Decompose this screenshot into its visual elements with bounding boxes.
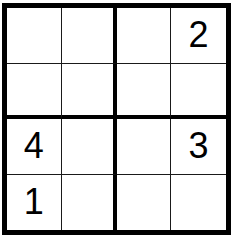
cell-r4c4[interactable]	[171, 175, 226, 231]
sudoku-board-wrapper: 2 4 3 1	[0, 0, 233, 235]
cell-r3c1[interactable]: 4	[7, 119, 62, 175]
cell-r2c1[interactable]	[7, 64, 62, 120]
cell-r2c4[interactable]	[171, 64, 226, 120]
cell-r3c3[interactable]	[117, 119, 172, 175]
cell-r2c2[interactable]	[62, 64, 117, 120]
cell-r1c4[interactable]: 2	[171, 8, 226, 64]
cell-r3c4[interactable]: 3	[171, 119, 226, 175]
cell-r4c1[interactable]: 1	[7, 175, 62, 231]
sudoku-board: 2 4 3 1	[2, 3, 231, 235]
cell-r1c3[interactable]	[117, 8, 172, 64]
cell-r4c3[interactable]	[117, 175, 172, 231]
cell-r4c2[interactable]	[62, 175, 117, 231]
cell-r1c1[interactable]	[7, 8, 62, 64]
cell-r2c3[interactable]	[117, 64, 172, 120]
cell-r1c2[interactable]	[62, 8, 117, 64]
cell-r3c2[interactable]	[62, 119, 117, 175]
